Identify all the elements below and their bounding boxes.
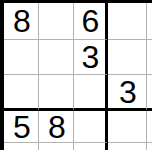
cell-r2c3: 3: [74, 40, 108, 75]
cell-r5c5[interactable]: [147, 143, 152, 150]
sudoku-board: 863358: [0, 0, 152, 150]
cell-r5c1[interactable]: [4, 143, 39, 150]
cell-r2c1[interactable]: [4, 40, 39, 75]
cell-r3c3[interactable]: [74, 75, 108, 111]
cell-r4c1: 5: [4, 111, 39, 143]
cell-r1c4[interactable]: [108, 3, 147, 40]
cell-r3c1[interactable]: [4, 75, 39, 111]
cell-r2c4[interactable]: [108, 40, 147, 75]
cell-r3c4: 3: [108, 75, 147, 111]
cell-r1c5[interactable]: [147, 3, 152, 40]
cell-r5c2[interactable]: [39, 143, 74, 150]
cell-r1c1: 8: [4, 3, 39, 40]
cell-r4c5[interactable]: [147, 111, 152, 143]
cell-r2c2[interactable]: [39, 40, 74, 75]
cell-r5c3[interactable]: [74, 143, 108, 150]
cell-r4c4[interactable]: [108, 111, 147, 143]
cell-r3c2[interactable]: [39, 75, 74, 111]
cell-r5c4[interactable]: [108, 143, 147, 150]
cell-r3c5[interactable]: [147, 75, 152, 111]
cell-r4c2: 8: [39, 111, 74, 143]
cell-r2c5[interactable]: [147, 40, 152, 75]
cell-r1c3: 6: [74, 3, 108, 40]
cell-r4c3[interactable]: [74, 111, 108, 143]
cell-r1c2[interactable]: [39, 3, 74, 40]
